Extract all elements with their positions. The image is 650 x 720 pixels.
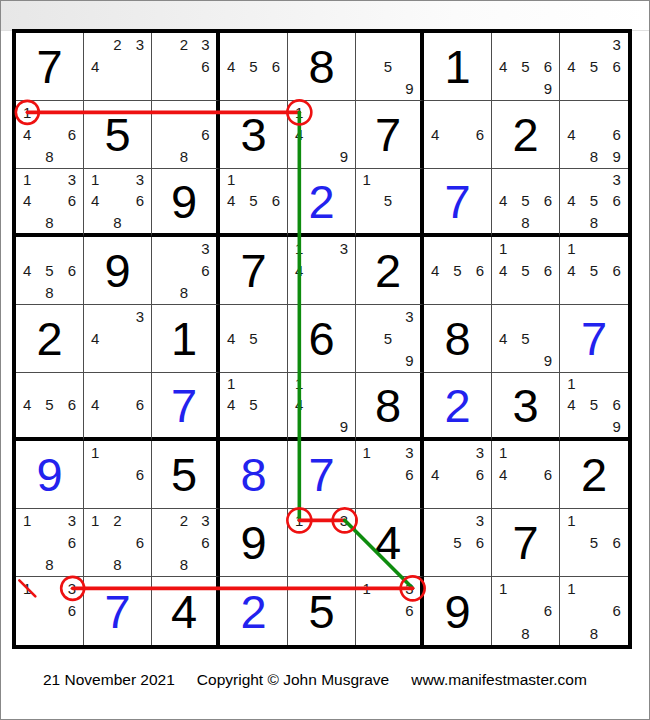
cell-r4c2[interactable]: 9 bbox=[84, 237, 152, 305]
cell-r6c4[interactable]: 145 bbox=[220, 373, 288, 441]
candidate-r3c1-3: 3 bbox=[61, 169, 83, 190]
solved-digit-r3c5: 2 bbox=[288, 169, 355, 233]
candidate-r1c8-4: 4 bbox=[492, 55, 514, 77]
candidate-r1c8-6: 6 bbox=[537, 55, 559, 77]
candidate-r5c6-3: 3 bbox=[399, 305, 420, 327]
candidate-r7c7-4: 4 bbox=[424, 463, 446, 485]
candidate-r7c6-3: 3 bbox=[399, 441, 420, 463]
given-digit-r6c6: 8 bbox=[356, 373, 420, 437]
candidate-r3c8-4: 4 bbox=[492, 190, 514, 211]
solved-digit-r9c4: 2 bbox=[220, 577, 287, 645]
given-digit-r2c6: 7 bbox=[356, 101, 420, 168]
page: 7234236456859145693456146856831497462468… bbox=[0, 0, 650, 720]
given-digit-r1c5: 8 bbox=[288, 33, 355, 100]
candidate-r7c7-3: 3 bbox=[469, 441, 491, 463]
window-top-bar bbox=[1, 1, 649, 31]
solved-digit-r9c2: 7 bbox=[84, 577, 151, 645]
candidate-r6c1-6: 6 bbox=[61, 394, 83, 415]
cell-r3c6[interactable]: 15 bbox=[356, 169, 424, 237]
caption-website: www.manifestmaster.com bbox=[411, 671, 587, 688]
candidate-r1c4-5: 5 bbox=[242, 55, 264, 77]
cell-r2c4[interactable]: 3 bbox=[220, 101, 288, 169]
cell-r5c8[interactable]: 459 bbox=[492, 305, 560, 373]
cell-r4c7[interactable]: 456 bbox=[424, 237, 492, 305]
cell-r8c4[interactable]: 9 bbox=[220, 509, 288, 577]
candidate-r6c9-9: 9 bbox=[605, 416, 628, 437]
cell-r8c7[interactable]: 356 bbox=[424, 509, 492, 577]
cell-r3c9[interactable]: 34568 bbox=[560, 169, 628, 237]
candidate-r9c1-3: 3 bbox=[61, 577, 83, 600]
candidate-r5c6-9: 9 bbox=[399, 350, 420, 372]
cell-r6c8[interactable]: 3 bbox=[492, 373, 560, 441]
cell-r9c4[interactable]: 2 bbox=[220, 577, 288, 645]
candidate-r3c8-8: 8 bbox=[514, 212, 536, 233]
given-digit-r7c3: 5 bbox=[152, 441, 216, 508]
given-digit-r7c9: 2 bbox=[560, 441, 628, 508]
candidate-r4c7-4: 4 bbox=[424, 259, 446, 281]
candidate-r3c1-8: 8 bbox=[38, 212, 60, 233]
cell-r1c1[interactable]: 7 bbox=[16, 33, 84, 101]
given-digit-r4c4: 7 bbox=[220, 237, 287, 304]
candidate-r8c2-1: 1 bbox=[84, 509, 106, 531]
cell-r3c2[interactable]: 13468 bbox=[84, 169, 152, 237]
candidate-r6c5-1: 1 bbox=[288, 373, 310, 394]
cell-r4c9[interactable]: 1456 bbox=[560, 237, 628, 305]
candidate-r1c4-4: 4 bbox=[220, 55, 242, 77]
candidate-r4c5-1: 1 bbox=[288, 237, 310, 259]
cell-r2c7[interactable]: 46 bbox=[424, 101, 492, 169]
cell-r7c8[interactable]: 146 bbox=[492, 441, 560, 509]
given-digit-r6c8: 3 bbox=[492, 373, 559, 437]
cell-r4c1[interactable]: 4568 bbox=[16, 237, 84, 305]
candidate-r8c2-8: 8 bbox=[106, 554, 128, 576]
candidate-r3c2-4: 4 bbox=[84, 190, 106, 211]
candidate-r6c5-4: 4 bbox=[288, 394, 310, 415]
candidate-r7c8-4: 4 bbox=[492, 463, 514, 485]
candidate-r8c1-6: 6 bbox=[61, 531, 83, 553]
cell-r7c7[interactable]: 346 bbox=[424, 441, 492, 509]
candidate-r1c3-2: 2 bbox=[173, 33, 194, 55]
candidate-r1c3-6: 6 bbox=[195, 55, 216, 77]
cell-r5c1[interactable]: 2 bbox=[16, 305, 84, 373]
given-digit-r2c4: 3 bbox=[220, 101, 287, 168]
cell-r1c4[interactable]: 456 bbox=[220, 33, 288, 101]
candidate-r4c1-6: 6 bbox=[61, 259, 83, 281]
cell-r8c8[interactable]: 7 bbox=[492, 509, 560, 577]
candidate-r6c1-4: 4 bbox=[16, 394, 38, 415]
candidate-r2c7-6: 6 bbox=[469, 123, 491, 145]
candidate-r9c8-1: 1 bbox=[492, 577, 514, 600]
cell-r2c6[interactable]: 7 bbox=[356, 101, 424, 169]
cell-r6c7[interactable]: 2 bbox=[424, 373, 492, 441]
candidate-r9c1-6: 6 bbox=[61, 600, 83, 623]
cell-r4c4[interactable]: 7 bbox=[220, 237, 288, 305]
candidate-r1c6-9: 9 bbox=[399, 78, 420, 100]
candidate-r6c9-1: 1 bbox=[560, 373, 583, 394]
solved-digit-r7c5: 7 bbox=[288, 441, 355, 508]
candidate-r8c3-3: 3 bbox=[195, 509, 216, 531]
candidate-r1c8-5: 5 bbox=[514, 55, 536, 77]
cell-r9c7[interactable]: 9 bbox=[424, 577, 492, 645]
candidate-r1c9-6: 6 bbox=[605, 55, 628, 77]
candidate-r3c9-4: 4 bbox=[560, 190, 583, 211]
given-digit-r1c7: 1 bbox=[424, 33, 491, 100]
candidate-r8c1-3: 3 bbox=[61, 509, 83, 531]
cell-r6c1[interactable]: 456 bbox=[16, 373, 84, 441]
cell-r1c9[interactable]: 3456 bbox=[560, 33, 628, 101]
candidate-r1c2-4: 4 bbox=[84, 55, 106, 77]
candidate-r9c1-1: 1 bbox=[16, 577, 38, 600]
cell-r2c1[interactable]: 1468 bbox=[16, 101, 84, 169]
candidate-r3c1-1: 1 bbox=[16, 169, 38, 190]
given-digit-r8c8: 7 bbox=[492, 509, 559, 576]
given-digit-r2c8: 2 bbox=[492, 101, 559, 168]
candidate-r2c5-1: 1 bbox=[288, 101, 310, 123]
given-digit-r9c5: 5 bbox=[288, 577, 355, 645]
cell-r4c5[interactable]: 134 bbox=[288, 237, 356, 305]
candidate-r8c7-5: 5 bbox=[446, 531, 468, 553]
candidate-r2c1-8: 8 bbox=[38, 146, 60, 168]
cell-r7c2[interactable]: 16 bbox=[84, 441, 152, 509]
candidate-r4c1-8: 8 bbox=[38, 282, 60, 304]
candidate-r4c7-6: 6 bbox=[469, 259, 491, 281]
candidate-r2c1-4: 4 bbox=[16, 123, 38, 145]
cell-r8c9[interactable]: 156 bbox=[560, 509, 628, 577]
candidate-r2c3-8: 8 bbox=[173, 146, 194, 168]
given-digit-r5c1: 2 bbox=[16, 305, 83, 372]
caption-date: 21 November 2021 bbox=[43, 671, 175, 688]
candidate-r9c9-6: 6 bbox=[605, 600, 628, 623]
candidate-r1c6-5: 5 bbox=[377, 55, 398, 77]
candidate-r8c2-2: 2 bbox=[106, 509, 128, 531]
cell-r5c9[interactable]: 7 bbox=[560, 305, 628, 373]
candidate-r4c5-3: 3 bbox=[333, 237, 355, 259]
given-digit-r4c6: 2 bbox=[356, 237, 420, 304]
cell-r9c5[interactable]: 5 bbox=[288, 577, 356, 645]
solved-digit-r5c9: 7 bbox=[560, 305, 628, 372]
candidate-r7c8-6: 6 bbox=[537, 463, 559, 485]
given-digit-r3c3: 9 bbox=[152, 169, 216, 233]
candidate-r5c8-4: 4 bbox=[492, 327, 514, 349]
candidate-r4c9-1: 1 bbox=[560, 237, 583, 259]
cell-r2c8[interactable]: 2 bbox=[492, 101, 560, 169]
cell-r9c3[interactable]: 4 bbox=[152, 577, 220, 645]
solved-digit-r6c7: 2 bbox=[424, 373, 491, 437]
candidate-r7c2-6: 6 bbox=[129, 463, 151, 485]
candidate-r9c8-6: 6 bbox=[537, 600, 559, 623]
candidate-r3c6-5: 5 bbox=[377, 190, 398, 211]
candidate-r4c8-6: 6 bbox=[537, 259, 559, 281]
candidate-r2c9-8: 8 bbox=[583, 146, 606, 168]
candidate-r2c7-4: 4 bbox=[424, 123, 446, 145]
candidate-r3c9-3: 3 bbox=[605, 169, 628, 190]
candidate-r8c3-2: 2 bbox=[173, 509, 194, 531]
cell-r7c5[interactable]: 7 bbox=[288, 441, 356, 509]
candidate-r4c9-6: 6 bbox=[605, 259, 628, 281]
candidate-r8c5-1: 1 bbox=[288, 509, 310, 531]
cell-r6c2[interactable]: 46 bbox=[84, 373, 152, 441]
given-digit-r5c3: 1 bbox=[152, 305, 216, 372]
candidate-r7c6-1: 1 bbox=[356, 441, 377, 463]
cell-r9c2[interactable]: 7 bbox=[84, 577, 152, 645]
candidate-r6c2-6: 6 bbox=[129, 394, 151, 415]
candidate-r6c9-4: 4 bbox=[560, 394, 583, 415]
caption-copyright: Copyright © John Musgrave bbox=[197, 671, 389, 688]
cell-r3c5[interactable]: 2 bbox=[288, 169, 356, 237]
candidate-r8c3-8: 8 bbox=[173, 554, 194, 576]
candidate-r1c2-3: 3 bbox=[129, 33, 151, 55]
candidate-r7c2-1: 1 bbox=[84, 441, 106, 463]
cell-r5c2[interactable]: 34 bbox=[84, 305, 152, 373]
cell-r3c8[interactable]: 4568 bbox=[492, 169, 560, 237]
candidate-r2c1-6: 6 bbox=[61, 123, 83, 145]
cell-r4c3[interactable]: 368 bbox=[152, 237, 220, 305]
candidate-r2c5-9: 9 bbox=[333, 146, 355, 168]
candidate-r4c3-6: 6 bbox=[195, 259, 216, 281]
candidate-r3c9-5: 5 bbox=[583, 190, 606, 211]
cell-r9c8[interactable]: 168 bbox=[492, 577, 560, 645]
candidate-r8c5-3: 3 bbox=[333, 509, 355, 531]
candidate-r4c8-1: 1 bbox=[492, 237, 514, 259]
cell-r7c9[interactable]: 2 bbox=[560, 441, 628, 509]
candidate-r9c9-1: 1 bbox=[560, 577, 583, 600]
candidate-r6c2-4: 4 bbox=[84, 394, 106, 415]
cell-r5c3[interactable]: 1 bbox=[152, 305, 220, 373]
cell-r1c8[interactable]: 4569 bbox=[492, 33, 560, 101]
cell-r3c7[interactable]: 7 bbox=[424, 169, 492, 237]
candidate-r3c1-6: 6 bbox=[61, 190, 83, 211]
candidate-r4c9-5: 5 bbox=[583, 259, 606, 281]
given-digit-r1c1: 7 bbox=[16, 33, 83, 100]
cell-r5c4[interactable]: 45 bbox=[220, 305, 288, 373]
candidate-r1c9-4: 4 bbox=[560, 55, 583, 77]
sudoku-board: 7234236456859145693456146856831497462468… bbox=[12, 29, 632, 649]
cell-r2c9[interactable]: 4689 bbox=[560, 101, 628, 169]
solved-digit-r7c1: 9 bbox=[16, 441, 83, 508]
candidate-r3c9-8: 8 bbox=[583, 212, 606, 233]
candidate-r4c8-5: 5 bbox=[514, 259, 536, 281]
candidate-r3c6-1: 1 bbox=[356, 169, 377, 190]
candidate-r2c1-1: 1 bbox=[16, 101, 38, 123]
candidate-r4c1-4: 4 bbox=[16, 259, 38, 281]
given-digit-r9c3: 4 bbox=[152, 577, 216, 645]
cell-r8c1[interactable]: 1368 bbox=[16, 509, 84, 577]
given-digit-r9c7: 9 bbox=[424, 577, 491, 645]
candidate-r6c4-4: 4 bbox=[220, 394, 242, 415]
candidate-r3c4-4: 4 bbox=[220, 190, 242, 211]
candidate-r6c5-9: 9 bbox=[333, 416, 355, 437]
candidate-r6c4-5: 5 bbox=[242, 394, 264, 415]
candidate-r1c9-5: 5 bbox=[583, 55, 606, 77]
candidate-r9c6-1: 1 bbox=[356, 577, 377, 600]
cell-r6c5[interactable]: 149 bbox=[288, 373, 356, 441]
cell-r1c5[interactable]: 8 bbox=[288, 33, 356, 101]
cell-r9c9[interactable]: 168 bbox=[560, 577, 628, 645]
cell-r4c6[interactable]: 2 bbox=[356, 237, 424, 305]
cell-r8c2[interactable]: 1268 bbox=[84, 509, 152, 577]
candidate-r8c1-1: 1 bbox=[16, 509, 38, 531]
candidate-r6c1-5: 5 bbox=[38, 394, 60, 415]
cell-r1c2[interactable]: 234 bbox=[84, 33, 152, 101]
candidate-r3c4-6: 6 bbox=[265, 190, 287, 211]
candidate-r3c2-6: 6 bbox=[129, 190, 151, 211]
candidate-r3c1-4: 4 bbox=[16, 190, 38, 211]
candidate-r2c3-6: 6 bbox=[195, 123, 216, 145]
candidate-r5c2-3: 3 bbox=[129, 305, 151, 327]
given-digit-r4c2: 9 bbox=[84, 237, 151, 304]
cell-r2c5[interactable]: 149 bbox=[288, 101, 356, 169]
candidate-r1c8-9: 9 bbox=[537, 78, 559, 100]
candidate-r8c3-6: 6 bbox=[195, 531, 216, 553]
cell-r6c3[interactable]: 7 bbox=[152, 373, 220, 441]
candidate-r4c5-4: 4 bbox=[288, 259, 310, 281]
candidate-r4c3-8: 8 bbox=[173, 282, 194, 304]
candidate-r5c4-4: 4 bbox=[220, 327, 242, 349]
given-digit-r8c6: 4 bbox=[356, 509, 420, 576]
cell-r4c8[interactable]: 1456 bbox=[492, 237, 560, 305]
cell-r5c7[interactable]: 8 bbox=[424, 305, 492, 373]
cell-r9c6[interactable]: 136 bbox=[356, 577, 424, 645]
solved-digit-r7c4: 8 bbox=[220, 441, 287, 508]
cell-r8c5[interactable]: 13 bbox=[288, 509, 356, 577]
caption: 21 November 2021Copyright © John Musgrav… bbox=[43, 671, 609, 689]
candidate-r4c3-3: 3 bbox=[195, 237, 216, 259]
candidate-r2c5-4: 4 bbox=[288, 123, 310, 145]
candidate-r3c2-8: 8 bbox=[106, 212, 128, 233]
candidate-r2c9-4: 4 bbox=[560, 123, 583, 145]
candidate-r8c9-1: 1 bbox=[560, 509, 583, 531]
candidate-r8c9-6: 6 bbox=[605, 531, 628, 553]
candidate-r6c9-5: 5 bbox=[583, 394, 606, 415]
candidate-r1c3-3: 3 bbox=[195, 33, 216, 55]
candidate-r5c2-4: 4 bbox=[84, 327, 106, 349]
cell-r5c6[interactable]: 359 bbox=[356, 305, 424, 373]
cell-r7c3[interactable]: 5 bbox=[152, 441, 220, 509]
cell-r6c9[interactable]: 14569 bbox=[560, 373, 628, 441]
cell-r5c5[interactable]: 6 bbox=[288, 305, 356, 373]
cell-r8c6[interactable]: 4 bbox=[356, 509, 424, 577]
candidate-r9c6-6: 6 bbox=[399, 600, 420, 623]
cell-r2c2[interactable]: 5 bbox=[84, 101, 152, 169]
cell-r7c1[interactable]: 9 bbox=[16, 441, 84, 509]
solved-digit-r3c7: 7 bbox=[424, 169, 491, 233]
candidate-r7c6-6: 6 bbox=[399, 463, 420, 485]
given-digit-r5c5: 6 bbox=[288, 305, 355, 372]
candidate-r4c9-4: 4 bbox=[560, 259, 583, 281]
candidate-r3c4-1: 1 bbox=[220, 169, 242, 190]
solved-digit-r6c3: 7 bbox=[152, 373, 216, 437]
candidate-r8c7-6: 6 bbox=[469, 531, 491, 553]
candidate-r9c6-3: 3 bbox=[399, 577, 420, 600]
candidate-r8c9-5: 5 bbox=[583, 531, 606, 553]
cell-r3c4[interactable]: 1456 bbox=[220, 169, 288, 237]
candidate-r1c9-3: 3 bbox=[605, 33, 628, 55]
candidate-r6c4-1: 1 bbox=[220, 373, 242, 394]
cell-r7c6[interactable]: 136 bbox=[356, 441, 424, 509]
candidate-r3c8-6: 6 bbox=[537, 190, 559, 211]
cell-r3c3[interactable]: 9 bbox=[152, 169, 220, 237]
given-digit-r2c2: 5 bbox=[84, 101, 151, 168]
candidate-r5c8-9: 9 bbox=[537, 350, 559, 372]
candidate-r4c8-4: 4 bbox=[492, 259, 514, 281]
cell-r6c6[interactable]: 8 bbox=[356, 373, 424, 441]
candidate-r5c4-5: 5 bbox=[242, 327, 264, 349]
candidate-r5c8-5: 5 bbox=[514, 327, 536, 349]
cell-r1c7[interactable]: 1 bbox=[424, 33, 492, 101]
cell-r8c3[interactable]: 2368 bbox=[152, 509, 220, 577]
given-digit-r8c4: 9 bbox=[220, 509, 287, 576]
candidate-r4c7-5: 5 bbox=[446, 259, 468, 281]
candidate-r4c1-5: 5 bbox=[38, 259, 60, 281]
candidate-r7c8-1: 1 bbox=[492, 441, 514, 463]
given-digit-r5c7: 8 bbox=[424, 305, 491, 372]
cell-r1c3[interactable]: 236 bbox=[152, 33, 220, 101]
candidate-r3c9-6: 6 bbox=[605, 190, 628, 211]
candidate-r8c2-6: 6 bbox=[129, 531, 151, 553]
candidate-r7c7-6: 6 bbox=[469, 463, 491, 485]
candidate-r1c2-2: 2 bbox=[106, 33, 128, 55]
cell-r1c6[interactable]: 59 bbox=[356, 33, 424, 101]
candidate-r9c8-8: 8 bbox=[514, 622, 536, 645]
candidate-r3c4-5: 5 bbox=[242, 190, 264, 211]
candidate-r1c4-6: 6 bbox=[265, 55, 287, 77]
candidate-r5c6-5: 5 bbox=[377, 327, 398, 349]
candidate-r2c9-6: 6 bbox=[605, 123, 628, 145]
cell-r7c4[interactable]: 8 bbox=[220, 441, 288, 509]
candidate-r3c2-3: 3 bbox=[129, 169, 151, 190]
candidate-r3c8-5: 5 bbox=[514, 190, 536, 211]
candidate-r6c9-6: 6 bbox=[605, 394, 628, 415]
cell-r2c3[interactable]: 68 bbox=[152, 101, 220, 169]
candidate-r9c9-8: 8 bbox=[583, 622, 606, 645]
candidate-r3c2-1: 1 bbox=[84, 169, 106, 190]
cell-r9c1[interactable]: 136 bbox=[16, 577, 84, 645]
candidate-r8c1-8: 8 bbox=[38, 554, 60, 576]
cell-r3c1[interactable]: 13468 bbox=[16, 169, 84, 237]
candidate-r2c9-9: 9 bbox=[605, 146, 628, 168]
candidate-r8c7-3: 3 bbox=[469, 509, 491, 531]
